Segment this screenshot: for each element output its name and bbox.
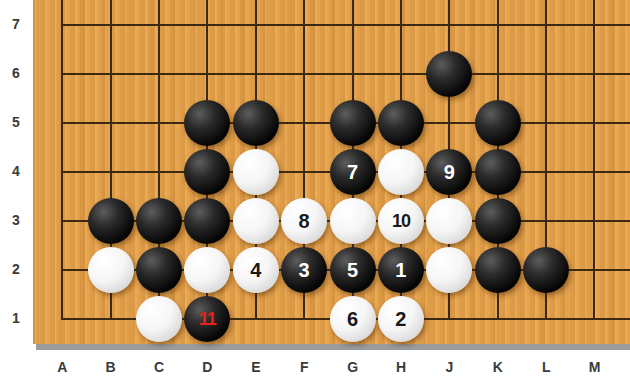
move-number: 8	[299, 211, 310, 231]
board-edge-shadow	[36, 344, 630, 350]
intersection-A2[interactable]	[38, 245, 86, 294]
row-label-7: 7	[0, 16, 32, 32]
intersection-E1[interactable]	[232, 294, 280, 343]
intersection-F4[interactable]	[280, 147, 328, 196]
intersection-F5[interactable]	[280, 98, 328, 147]
black-stone-J4[interactable]: 9	[426, 149, 472, 195]
intersection-M7[interactable]	[570, 0, 618, 49]
row-label-1: 1	[0, 310, 32, 326]
move-number: 6	[347, 309, 358, 329]
intersection-A7[interactable]	[38, 0, 86, 49]
intersection-A5[interactable]	[38, 98, 86, 147]
intersection-D1[interactable]: 11	[183, 294, 231, 343]
intersection-G1[interactable]: 6	[328, 294, 376, 343]
column-label-D: D	[192, 359, 222, 375]
intersection-F3[interactable]: 8	[280, 196, 328, 245]
intersection-L5[interactable]	[522, 98, 570, 147]
column-label-C: C	[144, 359, 174, 375]
column-label-F: F	[289, 359, 319, 375]
intersection-M4[interactable]	[570, 147, 618, 196]
go-diagram: 7981043511162 7654321 ABCDEFGHJKLM	[0, 0, 630, 377]
intersection-B2[interactable]	[86, 245, 134, 294]
black-stone-J6[interactable]	[426, 51, 472, 97]
intersection-E7[interactable]	[232, 0, 280, 49]
intersection-G5[interactable]	[328, 98, 376, 147]
white-stone-J2[interactable]	[426, 247, 472, 293]
intersection-D6[interactable]	[183, 49, 231, 98]
intersection-J3[interactable]	[425, 196, 473, 245]
intersection-M3[interactable]	[570, 196, 618, 245]
intersection-B4[interactable]	[86, 147, 134, 196]
white-stone-E2[interactable]: 4	[233, 247, 279, 293]
intersection-M6[interactable]	[570, 49, 618, 98]
intersection-B3[interactable]	[86, 196, 134, 245]
move-number: 5	[347, 260, 358, 280]
intersection-K4[interactable]	[474, 147, 522, 196]
white-stone-H3[interactable]: 10	[378, 198, 424, 244]
white-stone-G3[interactable]	[330, 198, 376, 244]
intersection-B1[interactable]	[86, 294, 134, 343]
intersection-K1[interactable]	[474, 294, 522, 343]
white-stone-D2[interactable]	[184, 247, 230, 293]
black-stone-D1[interactable]: 11	[184, 296, 230, 342]
column-label-K: K	[483, 359, 513, 375]
intersection-C5[interactable]	[135, 98, 183, 147]
intersection-J6[interactable]	[425, 49, 473, 98]
black-stone-H2[interactable]: 1	[378, 247, 424, 293]
intersection-J5[interactable]	[425, 98, 473, 147]
row-label-4: 4	[0, 163, 32, 179]
black-stone-G4[interactable]: 7	[330, 149, 376, 195]
intersection-B5[interactable]	[86, 98, 134, 147]
intersection-B6[interactable]	[86, 49, 134, 98]
intersection-C3[interactable]	[135, 196, 183, 245]
intersection-J7[interactable]	[425, 0, 473, 49]
intersection-L3[interactable]	[522, 196, 570, 245]
intersection-L6[interactable]	[522, 49, 570, 98]
intersection-C2[interactable]	[135, 245, 183, 294]
grid-extension	[619, 0, 630, 49]
intersection-F7[interactable]	[280, 0, 328, 49]
grid-extension	[619, 98, 630, 147]
intersection-E2[interactable]: 4	[232, 245, 280, 294]
intersection-A3[interactable]	[38, 196, 86, 245]
intersection-H1[interactable]: 2	[377, 294, 425, 343]
intersection-G2[interactable]: 5	[328, 245, 376, 294]
intersection-H6[interactable]	[377, 49, 425, 98]
move-number: 10	[392, 212, 410, 230]
intersection-L4[interactable]	[522, 147, 570, 196]
intersection-G4[interactable]: 7	[328, 147, 376, 196]
intersection-C4[interactable]	[135, 147, 183, 196]
intersection-M1[interactable]	[570, 294, 618, 343]
black-stone-B3[interactable]	[88, 198, 134, 244]
intersection-L7[interactable]	[522, 0, 570, 49]
intersection-J1[interactable]	[425, 294, 473, 343]
intersection-G7[interactable]	[328, 0, 376, 49]
white-stone-E4[interactable]	[233, 149, 279, 195]
black-stone-G5[interactable]	[330, 100, 376, 146]
intersection-K3[interactable]	[474, 196, 522, 245]
row-label-2: 2	[0, 261, 32, 277]
intersection-L1[interactable]	[522, 294, 570, 343]
intersection-C1[interactable]	[135, 294, 183, 343]
intersection-E4[interactable]	[232, 147, 280, 196]
black-stone-F2[interactable]: 3	[281, 247, 327, 293]
move-number: 7	[347, 162, 358, 182]
white-stone-E3[interactable]	[233, 198, 279, 244]
black-stone-H5[interactable]	[378, 100, 424, 146]
move-number: 9	[444, 162, 455, 182]
white-stone-H4[interactable]	[378, 149, 424, 195]
column-label-E: E	[241, 359, 271, 375]
intersection-G6[interactable]	[328, 49, 376, 98]
black-stone-C2[interactable]	[136, 247, 182, 293]
column-label-A: A	[47, 359, 77, 375]
board-grid: 7981043511162	[38, 0, 630, 343]
move-number: 4	[250, 260, 261, 280]
column-label-G: G	[338, 359, 368, 375]
grid-extension	[619, 196, 630, 245]
black-stone-G2[interactable]: 5	[330, 247, 376, 293]
intersection-H5[interactable]	[377, 98, 425, 147]
intersection-L2[interactable]	[522, 245, 570, 294]
intersection-B7[interactable]	[86, 0, 134, 49]
intersection-F1[interactable]	[280, 294, 328, 343]
black-stone-D4[interactable]	[184, 149, 230, 195]
black-stone-K3[interactable]	[475, 198, 521, 244]
intersection-C6[interactable]	[135, 49, 183, 98]
intersection-E5[interactable]	[232, 98, 280, 147]
move-number: 3	[299, 260, 310, 280]
intersection-J2[interactable]	[425, 245, 473, 294]
column-label-H: H	[386, 359, 416, 375]
black-stone-K5[interactable]	[475, 100, 521, 146]
move-number: 1	[395, 260, 406, 280]
column-label-M: M	[580, 359, 610, 375]
black-stone-D5[interactable]	[184, 100, 230, 146]
white-stone-G1[interactable]: 6	[330, 296, 376, 342]
column-label-B: B	[96, 359, 126, 375]
grid-extension	[619, 49, 630, 98]
white-stone-B2[interactable]	[88, 247, 134, 293]
grid-extension	[619, 245, 630, 294]
black-stone-L2[interactable]	[523, 247, 569, 293]
intersection-K5[interactable]	[474, 98, 522, 147]
intersection-A4[interactable]	[38, 147, 86, 196]
column-label-J: J	[434, 359, 464, 375]
intersection-F6[interactable]	[280, 49, 328, 98]
row-label-6: 6	[0, 65, 32, 81]
move-number: 2	[395, 309, 406, 329]
grid-extension	[619, 294, 630, 343]
intersection-E3[interactable]	[232, 196, 280, 245]
intersection-H2[interactable]: 1	[377, 245, 425, 294]
column-label-L: L	[531, 359, 561, 375]
intersection-H3[interactable]: 10	[377, 196, 425, 245]
black-stone-K2[interactable]	[475, 247, 521, 293]
white-stone-F3[interactable]: 8	[281, 198, 327, 244]
black-stone-D3[interactable]	[184, 198, 230, 244]
intersection-K6[interactable]	[474, 49, 522, 98]
intersection-J4[interactable]: 9	[425, 147, 473, 196]
white-stone-H1[interactable]: 2	[378, 296, 424, 342]
intersection-D3[interactable]	[183, 196, 231, 245]
black-stone-E5[interactable]	[233, 100, 279, 146]
intersection-C7[interactable]	[135, 0, 183, 49]
move-number: 11	[199, 310, 216, 328]
black-stone-C3[interactable]	[136, 198, 182, 244]
intersection-E6[interactable]	[232, 49, 280, 98]
intersection-H4[interactable]	[377, 147, 425, 196]
intersection-M2[interactable]	[570, 245, 618, 294]
intersection-K7[interactable]	[474, 0, 522, 49]
intersection-A6[interactable]	[38, 49, 86, 98]
intersection-G3[interactable]	[328, 196, 376, 245]
row-label-3: 3	[0, 212, 32, 228]
intersection-F2[interactable]: 3	[280, 245, 328, 294]
intersection-D7[interactable]	[183, 0, 231, 49]
intersection-D5[interactable]	[183, 98, 231, 147]
grid-extension	[619, 147, 630, 196]
intersection-D2[interactable]	[183, 245, 231, 294]
intersection-M5[interactable]	[570, 98, 618, 147]
row-label-5: 5	[0, 114, 32, 130]
white-stone-J3[interactable]	[426, 198, 472, 244]
black-stone-K4[interactable]	[475, 149, 521, 195]
go-board: 7981043511162	[33, 0, 630, 344]
intersection-H7[interactable]	[377, 0, 425, 49]
white-stone-C1[interactable]	[136, 296, 182, 342]
intersection-A1[interactable]	[38, 294, 86, 343]
intersection-K2[interactable]	[474, 245, 522, 294]
intersection-D4[interactable]	[183, 147, 231, 196]
